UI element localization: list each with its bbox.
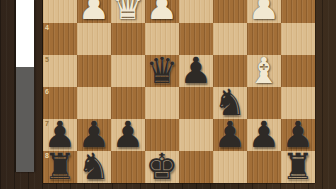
white-pawn-b3[interactable]: ♟ [248, 0, 280, 23]
square-a3[interactable] [281, 0, 315, 23]
white-pawn-e3[interactable]: ♟ [146, 0, 178, 23]
rank-label-5: 5 [45, 56, 49, 64]
black-pawn-f7[interactable]: ♟ [112, 119, 144, 151]
square-e3[interactable]: ♟ [145, 0, 179, 23]
black-king-e8[interactable]: ♚ [146, 151, 178, 183]
square-a5[interactable] [281, 55, 315, 87]
square-c3[interactable] [213, 0, 247, 23]
square-g8[interactable]: ♞ [77, 151, 111, 183]
scrollbar-thumb[interactable] [16, 67, 34, 172]
square-e5[interactable]: ♛ [145, 55, 179, 87]
square-a8[interactable]: ♜ [281, 151, 315, 183]
black-pawn-b7[interactable]: ♟ [248, 119, 280, 151]
square-f5[interactable] [111, 55, 145, 87]
black-knight-g8[interactable]: ♞ [78, 151, 110, 183]
black-rook-h8[interactable]: ♜ [44, 151, 76, 183]
black-queen-e5[interactable]: ♛ [146, 55, 178, 87]
square-h8[interactable]: 8♜ [43, 151, 77, 183]
square-b5[interactable]: ♝ [247, 55, 281, 87]
square-f7[interactable]: ♟ [111, 119, 145, 151]
square-d3[interactable] [179, 0, 213, 23]
square-f3[interactable]: ♛ [111, 0, 145, 23]
square-b8[interactable] [247, 151, 281, 183]
square-b7[interactable]: ♟ [247, 119, 281, 151]
white-bishop-b5[interactable]: ♝ [248, 55, 280, 87]
chess-board: ♟♛♟♟45♛♟♝6♞7♟♟♟♟♟♟8♜♞♚♜ [43, 0, 315, 183]
white-queen-f3[interactable]: ♛ [112, 0, 144, 23]
square-c7[interactable]: ♟ [213, 119, 247, 151]
rank-label-4: 4 [45, 24, 49, 32]
square-d5[interactable]: ♟ [179, 55, 213, 87]
rank-label-6: 6 [45, 88, 49, 96]
square-b3[interactable]: ♟ [247, 0, 281, 23]
square-h4[interactable]: 4 [43, 23, 77, 55]
square-e6[interactable] [145, 87, 179, 119]
white-pawn-g3[interactable]: ♟ [78, 0, 110, 23]
square-f4[interactable] [111, 23, 145, 55]
square-g3[interactable]: ♟ [77, 0, 111, 23]
scrollbar-track[interactable] [16, 0, 34, 172]
square-f8[interactable] [111, 151, 145, 183]
square-h3[interactable] [43, 0, 77, 23]
square-d7[interactable] [179, 119, 213, 151]
square-d8[interactable] [179, 151, 213, 183]
black-rook-a8[interactable]: ♜ [282, 151, 314, 183]
square-c4[interactable] [213, 23, 247, 55]
black-pawn-d5[interactable]: ♟ [180, 55, 212, 87]
square-c8[interactable] [213, 151, 247, 183]
square-h5[interactable]: 5 [43, 55, 77, 87]
square-g5[interactable] [77, 55, 111, 87]
square-d6[interactable] [179, 87, 213, 119]
square-e8[interactable]: ♚ [145, 151, 179, 183]
square-a4[interactable] [281, 23, 315, 55]
video-frame: ♟♛♟♟45♛♟♝6♞7♟♟♟♟♟♟8♜♞♚♜ [0, 0, 336, 189]
black-pawn-c7[interactable]: ♟ [214, 119, 246, 151]
square-g4[interactable] [77, 23, 111, 55]
